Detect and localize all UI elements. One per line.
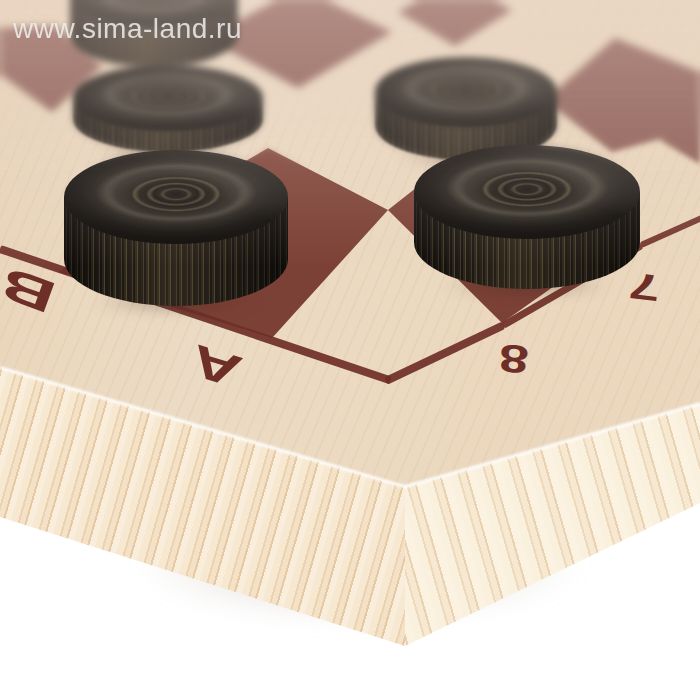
piece-top-rings [414, 145, 640, 239]
checker-piece-b8[interactable] [64, 150, 288, 306]
board-photo-scene: B A 7 8 www.sima-land.ru [0, 0, 700, 700]
piece-top-rings [73, 65, 263, 131]
piece-top-rings [64, 150, 288, 244]
site-watermark: www.sima-land.ru [13, 13, 242, 45]
checker-piece-a7[interactable] [414, 145, 640, 289]
checker-piece-c7[interactable] [73, 65, 263, 152]
rank-label-8: 8 [497, 338, 530, 380]
piece-top-rings [375, 57, 557, 127]
